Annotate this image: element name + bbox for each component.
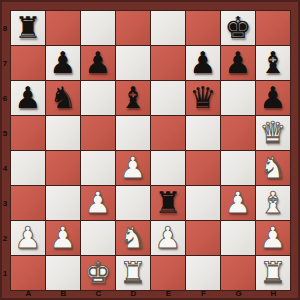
piece-white-pawn: ♟ [81,185,115,220]
square-f1[interactable] [186,256,220,290]
piece-white-pawn: ♟ [46,220,80,255]
square-a7[interactable] [11,46,45,80]
piece-white-pawn: ♟ [11,220,45,255]
piece-black-queen: ♛ [186,80,220,115]
piece-white-king: ♚ [81,255,115,290]
square-c5[interactable] [81,116,115,150]
file-label-f: F [186,289,221,300]
square-e4[interactable] [151,151,185,185]
piece-black-bishop: ♝ [116,80,150,115]
piece-white-pawn: ♟ [116,150,150,185]
square-h4[interactable]: ♞ [256,151,290,185]
file-label-b: B [46,289,81,300]
rank-label-1: 1 [0,256,10,291]
square-d5[interactable] [116,116,150,150]
square-g5[interactable] [221,116,255,150]
square-e7[interactable] [151,46,185,80]
piece-white-pawn: ♟ [151,220,185,255]
piece-white-pawn: ♟ [221,185,255,220]
square-f6[interactable]: ♛ [186,81,220,115]
square-h7[interactable]: ♝ [256,46,290,80]
piece-black-rook: ♜ [151,185,185,220]
square-g7[interactable]: ♟ [221,46,255,80]
chess-diagram: ♜♚♟♟♟♟♝♟♞♝♛♟♛♟♞♟♜♟♝♟♟♞♟♟♚♜♜ 87654321ABCD… [0,0,300,300]
square-a5[interactable] [11,116,45,150]
square-d3[interactable] [116,186,150,220]
square-c1[interactable]: ♚ [81,256,115,290]
square-h3[interactable]: ♝ [256,186,290,220]
square-e6[interactable] [151,81,185,115]
piece-black-king: ♚ [221,10,255,45]
square-g6[interactable] [221,81,255,115]
square-e2[interactable]: ♟ [151,221,185,255]
square-g3[interactable]: ♟ [221,186,255,220]
file-label-d: D [116,289,151,300]
file-label-a: A [11,289,46,300]
piece-black-pawn: ♟ [46,45,80,80]
square-f5[interactable] [186,116,220,150]
square-b4[interactable] [46,151,80,185]
square-c2[interactable] [81,221,115,255]
piece-white-rook: ♜ [116,255,150,290]
piece-black-pawn: ♟ [11,80,45,115]
square-e3[interactable]: ♜ [151,186,185,220]
piece-black-pawn: ♟ [221,45,255,80]
square-h2[interactable]: ♟ [256,221,290,255]
square-g4[interactable] [221,151,255,185]
square-f2[interactable] [186,221,220,255]
piece-black-bishop: ♝ [256,45,290,80]
piece-black-pawn: ♟ [256,80,290,115]
square-d6[interactable]: ♝ [116,81,150,115]
piece-white-pawn: ♟ [256,220,290,255]
square-d1[interactable]: ♜ [116,256,150,290]
square-c3[interactable]: ♟ [81,186,115,220]
square-h5[interactable]: ♛ [256,116,290,150]
square-c6[interactable] [81,81,115,115]
file-label-h: H [256,289,291,300]
square-b3[interactable] [46,186,80,220]
square-f3[interactable] [186,186,220,220]
square-d8[interactable] [116,11,150,45]
square-f8[interactable] [186,11,220,45]
rank-label-6: 6 [0,81,10,116]
square-e8[interactable] [151,11,185,45]
square-a4[interactable] [11,151,45,185]
square-b5[interactable] [46,116,80,150]
square-b8[interactable] [46,11,80,45]
square-c7[interactable]: ♟ [81,46,115,80]
square-d4[interactable]: ♟ [116,151,150,185]
piece-white-knight: ♞ [256,150,290,185]
chess-board[interactable]: ♜♚♟♟♟♟♝♟♞♝♛♟♛♟♞♟♜♟♝♟♟♞♟♟♚♜♜ [10,10,291,291]
piece-black-pawn: ♟ [81,45,115,80]
square-c8[interactable] [81,11,115,45]
square-h8[interactable] [256,11,290,45]
square-b7[interactable]: ♟ [46,46,80,80]
piece-white-knight: ♞ [116,220,150,255]
square-e5[interactable] [151,116,185,150]
square-c4[interactable] [81,151,115,185]
piece-black-pawn: ♟ [186,45,220,80]
piece-white-bishop: ♝ [256,185,290,220]
piece-black-knight: ♞ [46,80,80,115]
square-e1[interactable] [151,256,185,290]
square-b6[interactable]: ♞ [46,81,80,115]
square-a3[interactable] [11,186,45,220]
square-h6[interactable]: ♟ [256,81,290,115]
rank-label-5: 5 [0,116,10,151]
square-g8[interactable]: ♚ [221,11,255,45]
square-d7[interactable] [116,46,150,80]
square-b2[interactable]: ♟ [46,221,80,255]
square-g2[interactable] [221,221,255,255]
square-a2[interactable]: ♟ [11,221,45,255]
rank-label-2: 2 [0,221,10,256]
piece-white-queen: ♛ [256,115,290,150]
square-a1[interactable] [11,256,45,290]
file-label-e: E [151,289,186,300]
square-a8[interactable]: ♜ [11,11,45,45]
rank-label-7: 7 [0,46,10,81]
rank-label-8: 8 [0,11,10,46]
rank-label-3: 3 [0,186,10,221]
piece-white-rook: ♜ [256,255,290,290]
file-label-c: C [81,289,116,300]
square-d2[interactable]: ♞ [116,221,150,255]
file-label-g: G [221,289,256,300]
piece-black-rook: ♜ [11,10,45,45]
rank-label-4: 4 [0,151,10,186]
square-a6[interactable]: ♟ [11,81,45,115]
square-f7[interactable]: ♟ [186,46,220,80]
square-b1[interactable] [46,256,80,290]
square-f4[interactable] [186,151,220,185]
square-h1[interactable]: ♜ [256,256,290,290]
square-g1[interactable] [221,256,255,290]
